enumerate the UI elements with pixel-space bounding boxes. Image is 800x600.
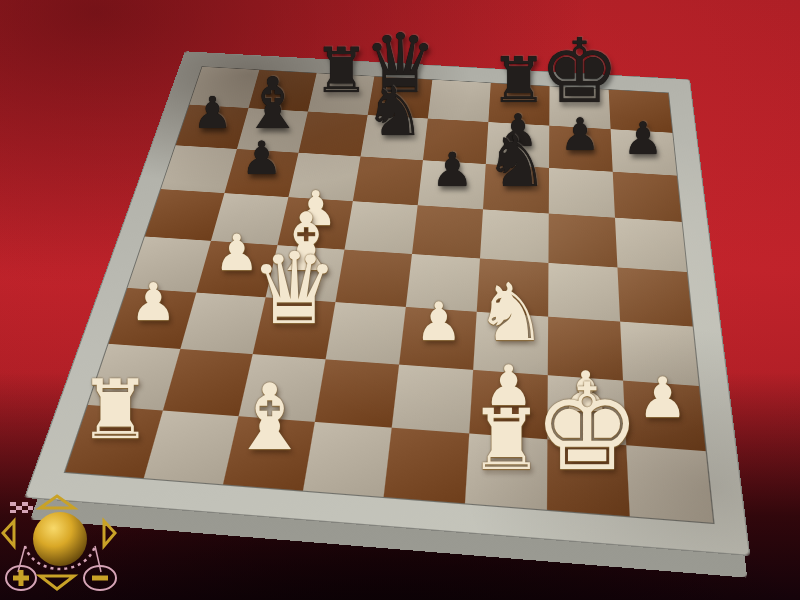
piece-white-pawn-a3[interactable]: ♟ — [122, 276, 184, 328]
piece-black-king-g8[interactable]: ♚ — [526, 27, 633, 116]
square-f5[interactable] — [480, 209, 549, 263]
piece-white-knight-f3[interactable]: ♞ — [463, 273, 559, 353]
piece-white-pawn-e3[interactable]: ♟ — [407, 295, 471, 348]
piece-black-pawn-b6[interactable]: ♟ — [234, 135, 289, 181]
square-d6[interactable] — [353, 156, 423, 205]
triangle-left-icon[interactable] — [3, 521, 14, 546]
triangle-right-icon[interactable] — [104, 521, 115, 546]
piece-black-pawn-g7[interactable]: ♟ — [553, 112, 607, 157]
square-h6[interactable] — [613, 172, 682, 222]
plus-icon[interactable] — [6, 566, 36, 590]
square-e5[interactable] — [412, 205, 483, 258]
gold-sphere-icon[interactable] — [33, 512, 87, 566]
piece-white-bishop-c1[interactable]: ♝ — [215, 372, 324, 463]
square-d2[interactable] — [315, 359, 399, 427]
square-h4[interactable] — [617, 267, 692, 326]
square-h5[interactable] — [615, 218, 687, 272]
piece-white-rook-a1[interactable]: ♜ — [66, 369, 164, 451]
piece-black-bishop-b7[interactable]: ♝ — [230, 68, 315, 139]
camera-controls — [0, 488, 132, 600]
chess-3d-app-window: { "game": "chess", "view": "3d-perspecti… — [0, 0, 800, 600]
piece-black-pawn-e6[interactable]: ♟ — [424, 146, 480, 193]
piece-white-queen-c3[interactable]: ♛ — [235, 239, 354, 338]
triangle-up-icon[interactable] — [40, 496, 74, 508]
piece-black-knight-f6[interactable]: ♞ — [474, 126, 559, 197]
square-d5[interactable] — [345, 201, 418, 254]
piece-black-knight-d7[interactable]: ♞ — [354, 78, 436, 146]
square-g5[interactable] — [548, 214, 617, 268]
triangle-down-icon[interactable] — [40, 576, 74, 589]
checkered-flag-icon[interactable] — [10, 502, 33, 513]
piece-black-pawn-h7[interactable]: ♟ — [616, 116, 670, 161]
piece-white-king-g1[interactable]: ♚ — [515, 368, 659, 488]
